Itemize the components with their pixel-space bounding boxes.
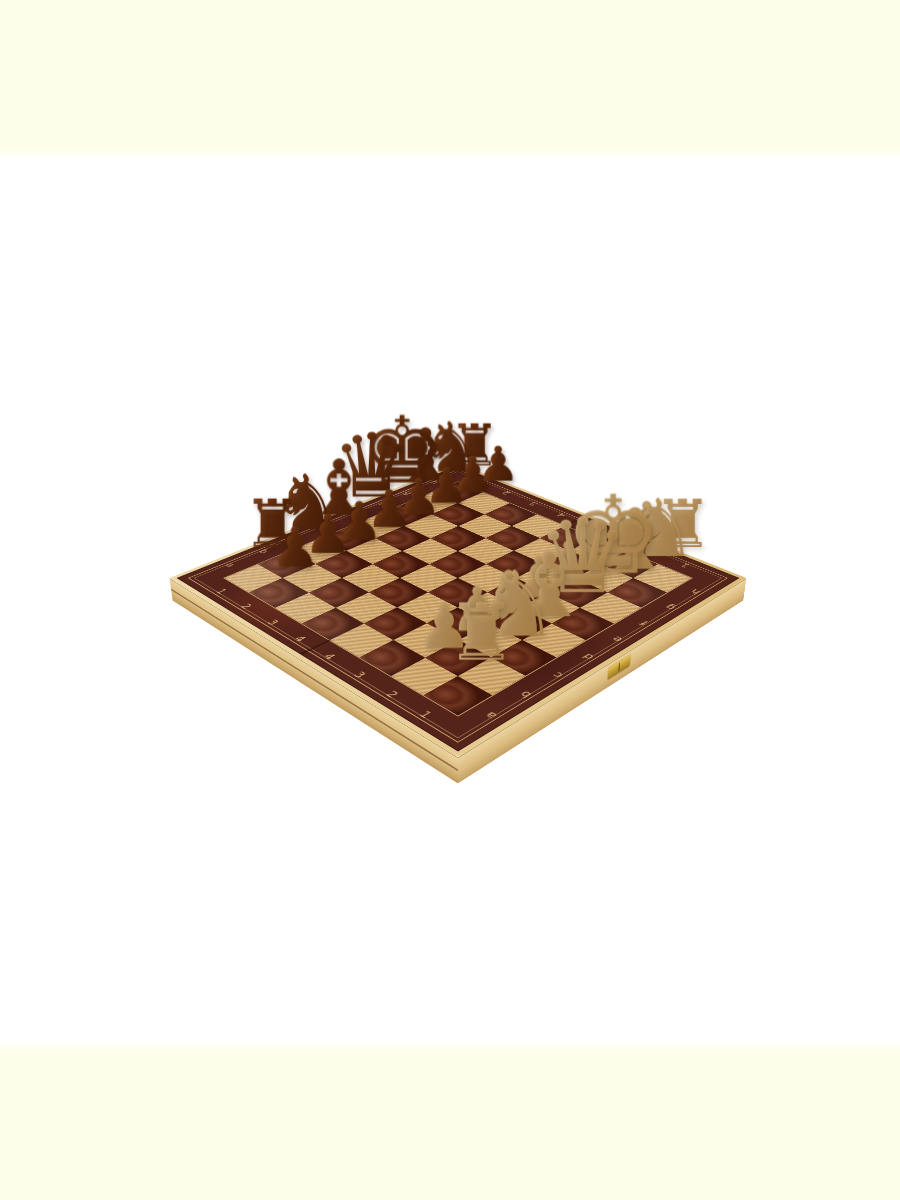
file-label: e [610, 635, 625, 643]
rank-label: 4 [292, 635, 308, 643]
rank-label: 3 [351, 670, 367, 679]
product-photo: abcdefgh abcdefgh 12344321 12344321 ♜♞♝♛… [0, 0, 900, 1200]
rank-label: 2 [383, 690, 400, 699]
file-label: a [483, 710, 500, 720]
rank-label: 2 [239, 603, 254, 610]
file-label: a [223, 562, 237, 568]
board-printed-surface: abcdefgh abcdefgh 12344321 12344321 ♜♞♝♛… [177, 466, 740, 752]
file-label: d [581, 652, 596, 660]
page-background: abcdefgh abcdefgh 12344321 12344321 ♜♞♝♛… [0, 0, 900, 1200]
rank-label: 1 [417, 710, 434, 720]
rank-label: 4 [321, 652, 337, 660]
file-label: g [663, 603, 677, 610]
file-label: h [689, 588, 703, 595]
piece-white-rook: ♜ [446, 594, 516, 673]
piece-black-pawn: ♟ [270, 521, 320, 577]
file-label: b [518, 690, 534, 699]
file-label: c [550, 671, 565, 679]
file-label: f [639, 619, 650, 625]
rank-label: 1 [214, 588, 229, 595]
rank-label: 3 [265, 618, 280, 626]
chess-board: abcdefgh abcdefgh 12344321 12344321 ♜♞♝♛… [170, 463, 747, 757]
